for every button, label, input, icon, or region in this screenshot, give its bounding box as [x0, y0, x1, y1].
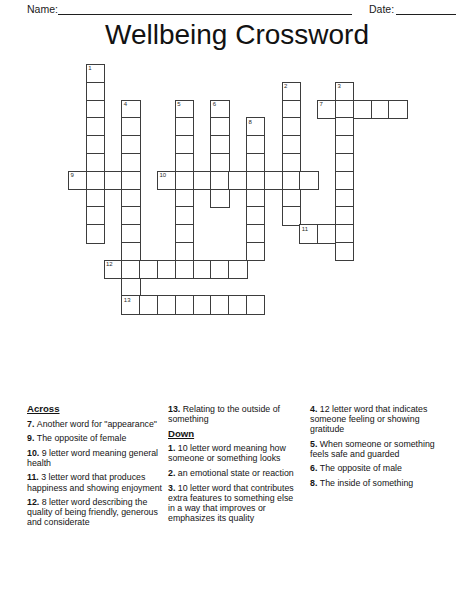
clues-column-across: Across7. Another word for "appearance"9.…: [27, 404, 164, 532]
grid-cell[interactable]: [210, 135, 229, 154]
grid-cell[interactable]: [193, 295, 212, 314]
grid-cell[interactable]: [246, 135, 265, 154]
clue-number: 12: [106, 261, 113, 267]
grid-cell[interactable]: [121, 260, 140, 279]
page-title: Wellbeing Crossword: [0, 19, 474, 51]
clues-column-down: 4. 12 letter word that indicates someone…: [310, 404, 443, 493]
clue-item-2: 2. an emotional state or reaction: [168, 468, 301, 478]
clue-number: 1: [88, 65, 91, 71]
grid-cell[interactable]: [335, 224, 354, 243]
clue-item-4: 4. 12 letter word that indicates someone…: [310, 404, 443, 434]
grid-cell[interactable]: [121, 278, 140, 297]
grid-cell[interactable]: [175, 135, 194, 154]
grid-cell[interactable]: [175, 242, 194, 261]
clue-item-1: 1. 10 letter word meaning how someone or…: [168, 443, 301, 463]
date-input-line[interactable]: [396, 2, 456, 15]
grid-cell[interactable]: [86, 189, 105, 208]
grid-cell[interactable]: [210, 295, 229, 314]
clue-number: 8: [248, 119, 251, 125]
grid-cell[interactable]: [335, 153, 354, 172]
grid-cell[interactable]: [86, 224, 105, 243]
grid-cell[interactable]: [157, 260, 176, 279]
grid-cell[interactable]: [210, 189, 229, 208]
grid-cell[interactable]: [282, 135, 301, 154]
date-label: Date:: [369, 3, 394, 15]
grid-cell[interactable]: [121, 117, 140, 136]
clue-number: 5: [177, 101, 180, 107]
grid-cell[interactable]: [104, 171, 123, 190]
grid-cell[interactable]: [121, 153, 140, 172]
clue-item-11: 11. 3 letter word that produces happines…: [27, 472, 164, 492]
grid-cell[interactable]: [175, 206, 194, 225]
grid-cell[interactable]: [175, 260, 194, 279]
grid-cell[interactable]: [335, 206, 354, 225]
grid-cell[interactable]: [121, 189, 140, 208]
clue-item-7: 7. Another word for "appearance": [27, 419, 164, 429]
clues-section-header: Down: [168, 429, 301, 439]
grid-cell[interactable]: [86, 206, 105, 225]
grid-cell[interactable]: [175, 295, 194, 314]
grid-cell[interactable]: [86, 171, 105, 190]
clue-number: 10: [159, 172, 166, 178]
grid-cell[interactable]: [246, 224, 265, 243]
grid-cell[interactable]: [157, 295, 176, 314]
grid-cell[interactable]: [299, 171, 318, 190]
grid-cell[interactable]: [86, 153, 105, 172]
grid-cell[interactable]: [175, 224, 194, 243]
grid-cell[interactable]: [121, 171, 140, 190]
grid-cell[interactable]: [282, 100, 301, 119]
grid-cell[interactable]: [282, 171, 301, 190]
grid-cell[interactable]: [210, 117, 229, 136]
grid-cell[interactable]: [282, 206, 301, 225]
clue-number: 3: [337, 83, 340, 89]
grid-cell[interactable]: [335, 189, 354, 208]
clue-number: 11: [302, 226, 308, 232]
grid-cell[interactable]: [335, 242, 354, 261]
grid-cell[interactable]: [317, 224, 336, 243]
grid-cell[interactable]: [264, 171, 283, 190]
grid-cell[interactable]: [371, 100, 390, 119]
clue-number: 13: [124, 297, 131, 303]
name-input-line[interactable]: [58, 2, 352, 15]
clue-item-13: 13. Relating to the outside of something: [168, 404, 301, 424]
clues-section-header: Across: [27, 404, 164, 414]
grid-cell[interactable]: [139, 260, 158, 279]
clue-item-8: 8. The inside of something: [310, 478, 443, 488]
grid-cell[interactable]: [121, 206, 140, 225]
grid-cell[interactable]: [175, 189, 194, 208]
grid-cell[interactable]: [175, 117, 194, 136]
grid-cell[interactable]: [86, 100, 105, 119]
grid-cell[interactable]: [175, 171, 194, 190]
clue-item-10: 10. 9 letter word meaning general health: [27, 448, 164, 468]
grid-cell[interactable]: [121, 135, 140, 154]
grid-cell[interactable]: [228, 171, 247, 190]
grid-cell[interactable]: [353, 100, 372, 119]
clue-item-9: 9. The opposite of female: [27, 433, 164, 443]
grid-cell[interactable]: [246, 189, 265, 208]
clue-item-3: 3. 10 letter word that contributes extra…: [168, 483, 301, 523]
worksheet-page: Name: Date: Wellbeing Crossword 12345678…: [0, 0, 474, 613]
name-label: Name:: [27, 3, 58, 15]
grid-cell[interactable]: [228, 295, 247, 314]
grid-cell[interactable]: [246, 171, 265, 190]
grid-cell[interactable]: [86, 135, 105, 154]
clue-number: 9: [70, 172, 73, 178]
grid-cell[interactable]: [246, 153, 265, 172]
grid-cell[interactable]: [86, 117, 105, 136]
grid-cell[interactable]: [175, 153, 194, 172]
grid-cell[interactable]: [246, 242, 265, 261]
grid-cell[interactable]: [335, 135, 354, 154]
grid-cell[interactable]: [246, 295, 265, 314]
grid-cell[interactable]: [246, 206, 265, 225]
grid-cell[interactable]: [335, 100, 354, 119]
clue-item-12: 12. 8 letter word describing the quality…: [27, 497, 164, 527]
grid-cell[interactable]: [335, 117, 354, 136]
clue-item-5: 5. When someone or something feels safe …: [310, 439, 443, 459]
clue-number: 4: [124, 101, 127, 107]
grid-cell[interactable]: [335, 171, 354, 190]
clue-item-6: 6. The opposite of male: [310, 463, 443, 473]
grid-cell[interactable]: [210, 171, 229, 190]
grid-cell[interactable]: [388, 100, 407, 119]
grid-cell[interactable]: [121, 242, 140, 261]
clue-number: 2: [284, 83, 287, 89]
clue-number: 7: [320, 101, 323, 107]
grid-cell[interactable]: [86, 82, 105, 101]
grid-cell[interactable]: [282, 117, 301, 136]
grid-cell[interactable]: [193, 260, 212, 279]
clue-number: 6: [213, 101, 216, 107]
grid-cell[interactable]: [228, 260, 247, 279]
grid-cell[interactable]: [121, 224, 140, 243]
crossword-grid: 12345678910111213: [68, 64, 407, 314]
clues-column-middle: 13. Relating to the outside of something…: [168, 404, 301, 527]
grid-cell[interactable]: [139, 295, 158, 314]
grid-cell[interactable]: [193, 171, 212, 190]
grid-cell[interactable]: [210, 153, 229, 172]
grid-cell[interactable]: [282, 189, 301, 208]
grid-cell[interactable]: [210, 260, 229, 279]
grid-cell[interactable]: [282, 153, 301, 172]
